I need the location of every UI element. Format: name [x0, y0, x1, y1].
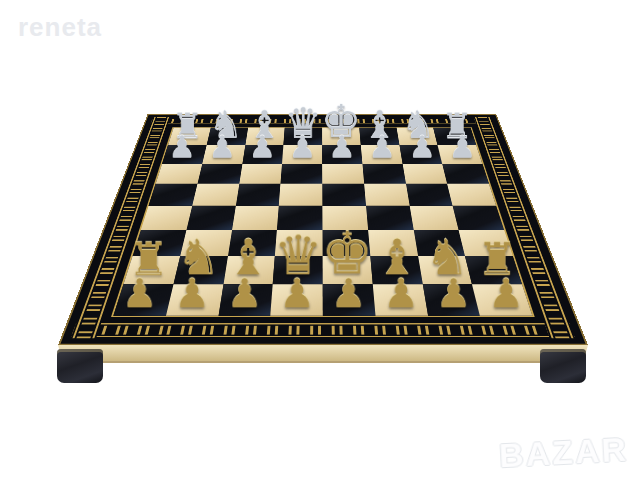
bazar-watermark-logo: BAZAR: [498, 430, 629, 476]
square-c5: [235, 184, 280, 206]
board-foot-left: [57, 349, 103, 383]
square-a4: [141, 206, 192, 230]
square-g5: [406, 184, 453, 206]
square-g6: [402, 164, 447, 184]
board-foot-right: [540, 349, 586, 383]
square-a5: [149, 184, 198, 206]
square-f1: ♟: [373, 284, 428, 316]
square-c1: ♟: [218, 284, 273, 316]
square-f5: [364, 184, 409, 206]
board-grid: ♜♞♝♛♚♝♞♜♟♟♟♟♟♟♟♟♜♞♝♛♚♝♞♜♟♟♟♟♟♟♟♟: [111, 127, 535, 317]
gold-pawn-g1: ♟: [435, 274, 471, 314]
square-d1: ♟: [270, 284, 322, 316]
square-e6: [322, 164, 364, 184]
gold-pawn-d1: ♟: [279, 274, 315, 314]
square-c7: ♟: [242, 145, 283, 164]
square-d5: [279, 184, 322, 206]
square-h4: [453, 206, 504, 230]
square-d6: [281, 164, 323, 184]
square-e7: ♟: [322, 145, 362, 164]
silver-pawn-e7: ♟: [328, 132, 355, 163]
gold-pawn-a1: ♟: [122, 274, 158, 314]
silver-pawn-f7: ♟: [368, 132, 395, 163]
square-c4: [232, 206, 279, 230]
gold-pawn-b1: ♟: [174, 274, 210, 314]
board-scene: ♜♞♝♛♚♝♞♜♟♟♟♟♟♟♟♟♜♞♝♛♚♝♞♜♟♟♟♟♟♟♟♟: [0, 0, 640, 480]
gold-pawn-c1: ♟: [227, 274, 263, 314]
silver-pawn-b7: ♟: [209, 132, 236, 163]
square-e1: ♟: [323, 284, 376, 316]
chess-board: ♜♞♝♛♚♝♞♜♟♟♟♟♟♟♟♟♜♞♝♛♚♝♞♜♟♟♟♟♟♟♟♟: [58, 114, 588, 345]
square-b4: [186, 206, 235, 230]
square-g4: [409, 206, 458, 230]
square-g1: ♟: [422, 284, 480, 316]
silver-pawn-h7: ♟: [448, 132, 475, 163]
square-c6: [239, 164, 282, 184]
square-d7: ♟: [282, 145, 322, 164]
square-f6: [362, 164, 405, 184]
square-a6: [156, 164, 202, 184]
square-h1: ♟: [472, 284, 532, 316]
square-b7: ♟: [202, 145, 245, 164]
silver-pawn-c7: ♟: [249, 132, 276, 163]
square-b5: [192, 184, 239, 206]
board-front-edge: [58, 345, 588, 363]
square-h7: ♟: [438, 145, 483, 164]
silver-pawn-d7: ♟: [288, 132, 315, 163]
square-a1: ♟: [113, 284, 173, 316]
gold-pawn-e1: ♟: [331, 274, 367, 314]
square-g7: ♟: [399, 145, 442, 164]
square-f7: ♟: [361, 145, 403, 164]
square-b6: [197, 164, 242, 184]
square-a7: ♟: [162, 145, 206, 164]
square-e5: [322, 184, 366, 206]
greek-key-border-bottom: [70, 322, 575, 338]
silver-pawn-g7: ♟: [408, 132, 435, 163]
square-h6: [442, 164, 489, 184]
square-h5: [447, 184, 496, 206]
product-photo: reneta ♜♞♝♛♚♝♞♜♟♟♟♟♟♟♟♟♜♞♝♛♚♝♞♜♟♟♟♟♟♟♟♟ …: [0, 0, 640, 480]
gold-pawn-h1: ♟: [488, 274, 524, 314]
gold-pawn-f1: ♟: [383, 274, 419, 314]
silver-pawn-a7: ♟: [169, 132, 196, 163]
square-b1: ♟: [166, 284, 223, 316]
